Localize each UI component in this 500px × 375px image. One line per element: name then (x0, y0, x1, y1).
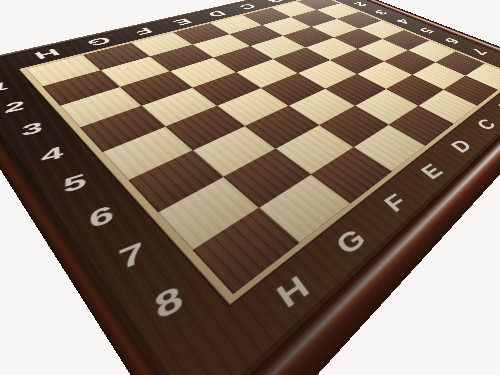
rank-label-left-1: 1 (0, 80, 9, 95)
rank-label-right-7: 7 (468, 47, 490, 57)
board-photo: 1234567812345678HGFEDCBAHGFEDCBA (0, 0, 500, 375)
board-frame: 1234567812345678HGFEDCBAHGFEDCBA (0, 0, 500, 375)
file-label-near-d: D (447, 137, 475, 156)
rank-label-right-3: 3 (372, 9, 391, 16)
rank-label-right-6: 6 (442, 36, 463, 45)
rank-label-left-4: 4 (41, 143, 64, 165)
file-label-near-e: E (417, 161, 447, 183)
rank-label-left-2: 2 (4, 98, 25, 115)
file-label-near-g: G (331, 225, 370, 259)
file-label-near-c: C (473, 117, 499, 133)
rank-label-right-2: 2 (352, 1, 370, 7)
rank-label-left-5: 5 (62, 170, 87, 196)
file-label-near-f: F (380, 190, 412, 215)
rank-label-left-7: 7 (117, 238, 148, 275)
file-label-near-h: H (272, 271, 315, 314)
file-label-far-f: F (131, 26, 155, 36)
rank-label-right-5: 5 (417, 27, 437, 35)
rank-label-right-4: 4 (394, 18, 413, 26)
rank-label-left-8: 8 (151, 280, 186, 325)
chess-board: 1234567812345678HGFEDCBAHGFEDCBA (0, 0, 500, 375)
rank-label-left-3: 3 (21, 119, 42, 138)
rank-label-left-6: 6 (88, 201, 116, 232)
file-label-near-b: B (495, 100, 500, 114)
